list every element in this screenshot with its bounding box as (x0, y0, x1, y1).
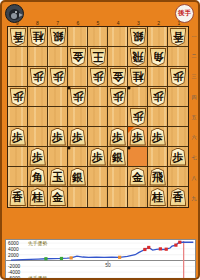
hoshi-dot (67, 147, 70, 150)
board-cell[interactable] (48, 87, 68, 107)
hoshi-dot (128, 147, 131, 150)
rank-label: 二 (190, 46, 198, 66)
board-cell[interactable]: 金 (128, 167, 148, 187)
board-cell[interactable] (8, 147, 28, 167)
board-cell[interactable] (108, 167, 128, 187)
hoshi-dot (67, 86, 70, 89)
board-cell[interactable] (108, 107, 128, 127)
piece-香-gote[interactable]: 香 (170, 28, 187, 46)
piece-歩-gote[interactable]: 歩 (129, 108, 146, 126)
rank-label: 九 (190, 188, 198, 208)
board-cell[interactable]: 歩 (108, 127, 128, 147)
piece-桂-gote[interactable]: 桂 (29, 28, 46, 46)
board-cell[interactable] (108, 187, 128, 207)
rank-label: 四 (190, 87, 198, 107)
board-cell[interactable]: 角 (148, 47, 168, 67)
piece-角-sente[interactable]: 角 (29, 168, 46, 186)
board-cell[interactable]: 歩 (88, 147, 108, 167)
board-cell[interactable] (48, 147, 68, 167)
board-cell[interactable] (28, 47, 48, 67)
piece-歩-sente[interactable]: 歩 (69, 128, 86, 146)
piece-歩-sente[interactable]: 歩 (109, 128, 126, 146)
piece-歩-gote[interactable]: 歩 (149, 88, 166, 106)
piece-飛-sente[interactable]: 飛 (149, 168, 166, 186)
bottom-player-bar: 先手 (2, 208, 198, 230)
evaluation-graph[interactable]: 600040002000-2000-4000-6000先手優勢後手優勢50 (5, 239, 196, 280)
board-cell[interactable]: 桂 (148, 187, 168, 207)
piece-王-gote[interactable]: 王 (89, 48, 106, 66)
rank-label: 三 (190, 66, 198, 86)
board-cell[interactable]: 香 (8, 187, 28, 207)
board-cell[interactable] (88, 107, 108, 127)
board-cell[interactable]: 銀 (108, 147, 128, 167)
board-cell[interactable] (8, 47, 28, 67)
board-cell[interactable] (108, 27, 128, 47)
board-cell[interactable]: 歩 (128, 107, 148, 127)
piece-香-sente[interactable]: 香 (9, 188, 26, 206)
piece-桂-sente[interactable]: 桂 (149, 188, 166, 206)
piece-飛-gote[interactable]: 飛 (129, 48, 146, 66)
piece-金-sente[interactable]: 金 (49, 188, 66, 206)
piece-歩-gote[interactable]: 歩 (69, 88, 86, 106)
piece-銀-gote[interactable]: 銀 (129, 28, 146, 46)
board-cell[interactable]: 桂 (28, 187, 48, 207)
board-cell[interactable] (68, 107, 88, 127)
svg-text:後手優勢: 後手優勢 (28, 275, 47, 279)
board-cell[interactable] (8, 167, 28, 187)
board-cell[interactable] (68, 67, 88, 87)
board-cell[interactable]: 歩 (148, 87, 168, 107)
board-cell[interactable]: 角 (28, 167, 48, 187)
board-cell[interactable]: 香 (168, 27, 188, 47)
piece-銀-sente[interactable]: 銀 (109, 148, 126, 166)
svg-text:6000: 6000 (8, 241, 19, 246)
svg-text:-4000: -4000 (8, 270, 21, 275)
board-cell[interactable] (8, 107, 28, 127)
board-cell[interactable]: 歩 (8, 87, 28, 107)
board-cell[interactable]: 銀 (48, 27, 68, 47)
board-cell[interactable]: 桂 (128, 67, 148, 87)
board-cell[interactable]: 歩 (128, 127, 148, 147)
board-cell[interactable] (88, 167, 108, 187)
rank-label: 一 (190, 26, 198, 46)
piece-桂-sente[interactable]: 桂 (29, 188, 46, 206)
board-cell[interactable]: 歩 (148, 127, 168, 147)
piece-歩-gote[interactable]: 歩 (89, 68, 106, 86)
bird-beak (19, 13, 23, 17)
piece-金-gote[interactable]: 金 (69, 48, 86, 66)
piece-銀-sente[interactable]: 銀 (69, 168, 86, 186)
board-cell[interactable] (148, 147, 168, 167)
board-cell[interactable]: 歩 (168, 67, 188, 87)
board-cell[interactable] (128, 87, 148, 107)
board-cell[interactable] (68, 187, 88, 207)
board-cell[interactable]: 金 (68, 47, 88, 67)
board-cell[interactable]: 歩 (28, 147, 48, 167)
board-cell[interactable] (168, 107, 188, 127)
board-cell[interactable] (168, 87, 188, 107)
rank-label: 五 (190, 107, 198, 127)
board-cell[interactable] (148, 67, 168, 87)
piece-歩-sente[interactable]: 歩 (149, 128, 166, 146)
rank-coordinate-labels: 一二三四五六七八九 (190, 26, 198, 208)
svg-text:50: 50 (105, 263, 111, 268)
bird-belly (11, 13, 17, 19)
piece-歩-gote[interactable]: 歩 (9, 88, 26, 106)
piece-桂-gote[interactable]: 桂 (129, 68, 146, 86)
board-cell[interactable]: 歩 (8, 127, 28, 147)
board-cell[interactable] (108, 47, 128, 67)
piece-銀-gote[interactable]: 銀 (49, 28, 66, 46)
board-cell[interactable]: 金 (48, 187, 68, 207)
board-cell[interactable] (88, 127, 108, 147)
piece-歩-sente[interactable]: 歩 (29, 148, 46, 166)
rank-label: 六 (190, 127, 198, 147)
rank-label: 七 (190, 147, 198, 167)
piece-香-gote[interactable]: 香 (9, 28, 26, 46)
board-cell[interactable] (68, 27, 88, 47)
svg-text:2000: 2000 (8, 253, 19, 258)
piece-香-sente[interactable]: 香 (170, 188, 187, 206)
piece-歩-gote[interactable]: 歩 (170, 68, 187, 86)
piece-歩-gote[interactable]: 歩 (49, 68, 66, 86)
board-cell[interactable]: 歩 (48, 67, 68, 87)
rank-label: 八 (190, 168, 198, 188)
shogi-board[interactable]: 香桂銀銀香金王飛角歩歩歩金桂歩歩歩歩歩歩歩歩歩歩歩歩歩歩銀歩角玉銀金飛香桂金桂香 (7, 26, 189, 208)
piece-歩-sente[interactable]: 歩 (170, 148, 187, 166)
board-cell[interactable]: 飛 (128, 47, 148, 67)
hoshi-dot (128, 86, 131, 89)
board-cell[interactable]: 玉 (48, 167, 68, 187)
board-cell[interactable]: 歩 (88, 67, 108, 87)
board-cell[interactable] (28, 87, 48, 107)
board-cell[interactable] (28, 127, 48, 147)
board-cell[interactable] (88, 87, 108, 107)
board-cell[interactable]: 歩 (68, 127, 88, 147)
board-cell[interactable] (48, 107, 68, 127)
board-cell[interactable] (168, 47, 188, 67)
piece-歩-gote[interactable]: 歩 (29, 68, 46, 86)
board-cell[interactable] (148, 107, 168, 127)
board-cell[interactable] (88, 187, 108, 207)
board-cell[interactable] (128, 187, 148, 207)
bird-eye (15, 11, 17, 13)
board-cell[interactable]: 桂 (28, 27, 48, 47)
piece-歩-gote[interactable]: 歩 (109, 88, 126, 106)
piece-歩-sente[interactable]: 歩 (9, 128, 26, 146)
svg-text:-2000: -2000 (8, 264, 21, 269)
board-cell[interactable] (88, 27, 108, 47)
piece-歩-sente[interactable]: 歩 (89, 148, 106, 166)
piece-歩-sente[interactable]: 歩 (49, 128, 66, 146)
board-cell[interactable] (28, 107, 48, 127)
board-cell[interactable] (8, 67, 28, 87)
board-cell[interactable]: 香 (168, 187, 188, 207)
board-cell[interactable]: 銀 (128, 27, 148, 47)
board-cell[interactable] (128, 147, 148, 167)
board-cell[interactable] (68, 147, 88, 167)
board-cell[interactable]: 歩 (68, 87, 88, 107)
board-cell[interactable] (168, 167, 188, 187)
board-cell[interactable]: 銀 (68, 167, 88, 187)
board-cell[interactable]: 金 (108, 67, 128, 87)
piece-金-gote[interactable]: 金 (109, 68, 126, 86)
piece-角-gote[interactable]: 角 (149, 48, 166, 66)
board-cell[interactable]: 王 (88, 47, 108, 67)
board-cell[interactable]: 香 (8, 27, 28, 47)
board-cell[interactable]: 歩 (28, 67, 48, 87)
board-cell[interactable] (148, 27, 168, 47)
svg-text:-6000: -6000 (8, 276, 21, 279)
board-cell[interactable] (168, 127, 188, 147)
piece-玉-sente[interactable]: 玉 (49, 168, 66, 186)
piece-金-sente[interactable]: 金 (129, 168, 146, 186)
svg-text:4000: 4000 (8, 247, 19, 252)
board-cell[interactable]: 飛 (148, 167, 168, 187)
board-cell[interactable]: 歩 (168, 147, 188, 167)
board-cell[interactable]: 歩 (108, 87, 128, 107)
board-cell[interactable] (48, 47, 68, 67)
board-cell[interactable]: 歩 (48, 127, 68, 147)
shogi-app-window: 後手 987654321 一二三四五六七八九 香桂銀銀香金王飛角歩歩歩金桂歩歩歩… (0, 0, 200, 280)
svg-text:先手優勢: 先手優勢 (28, 240, 47, 247)
